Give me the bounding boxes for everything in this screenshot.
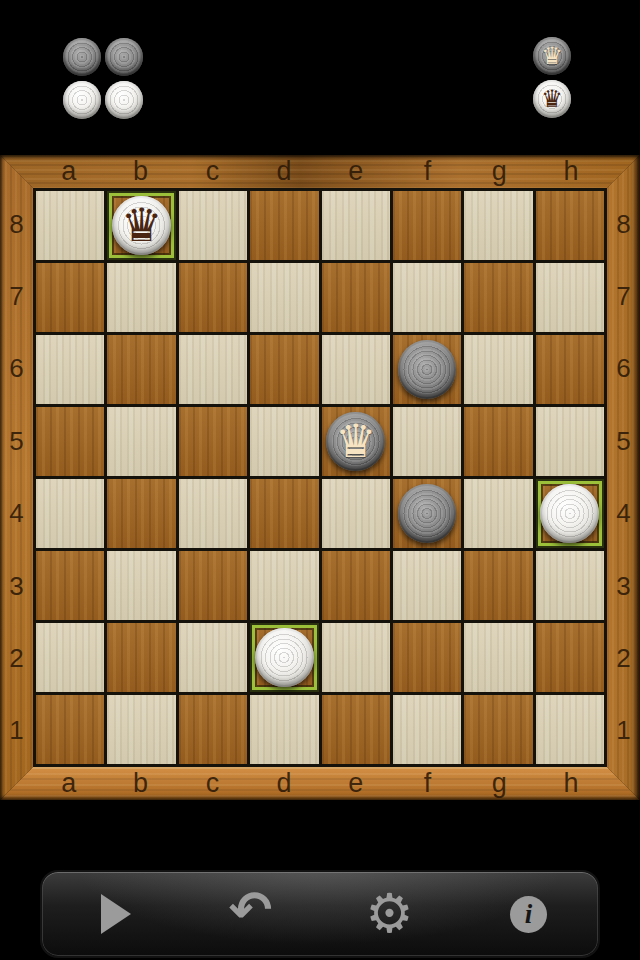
file-label: a xyxy=(33,767,105,800)
square-d6[interactable] xyxy=(250,335,318,404)
file-label: h xyxy=(535,155,607,188)
square-b7[interactable] xyxy=(107,263,175,332)
crown-icon: ♛ xyxy=(541,44,563,68)
square-b6[interactable] xyxy=(107,335,175,404)
file-label: e xyxy=(320,767,392,800)
rank-label: 1 xyxy=(0,695,33,767)
square-g5[interactable] xyxy=(464,407,532,476)
square-b3[interactable] xyxy=(107,551,175,620)
play-icon xyxy=(101,894,131,934)
white-man xyxy=(63,81,101,119)
square-f1[interactable] xyxy=(393,695,461,764)
square-c1[interactable] xyxy=(179,695,247,764)
undo-icon: ↶ xyxy=(229,884,273,936)
file-labels-top: abcdefgh xyxy=(33,155,607,188)
captured-tray-right: ♛♛ xyxy=(533,37,571,118)
square-d3[interactable] xyxy=(250,551,318,620)
rank-label: 2 xyxy=(0,622,33,694)
square-a1[interactable] xyxy=(36,695,104,764)
rank-label: 8 xyxy=(607,188,640,260)
square-d2[interactable] xyxy=(250,623,318,692)
square-g2[interactable] xyxy=(464,623,532,692)
square-h4[interactable] xyxy=(536,479,604,548)
dark-man[interactable] xyxy=(398,340,457,399)
square-c6[interactable] xyxy=(179,335,247,404)
crown-icon: ♛ xyxy=(541,87,563,111)
square-a7[interactable] xyxy=(36,263,104,332)
info-icon: i xyxy=(510,896,547,933)
square-c2[interactable] xyxy=(179,623,247,692)
file-label: f xyxy=(392,767,464,800)
white-man xyxy=(105,81,143,119)
file-label: b xyxy=(105,155,177,188)
square-f2[interactable] xyxy=(393,623,461,692)
play-button[interactable] xyxy=(72,879,152,949)
checkers-board: abcdefgh abcdefgh 87654321 87654321 ♛♛ xyxy=(0,155,640,800)
square-g4[interactable] xyxy=(464,479,532,548)
square-f7[interactable] xyxy=(393,263,461,332)
square-e7[interactable] xyxy=(322,263,390,332)
square-b5[interactable] xyxy=(107,407,175,476)
square-d5[interactable] xyxy=(250,407,318,476)
dark-man xyxy=(63,38,101,76)
rank-label: 6 xyxy=(0,333,33,405)
rank-label: 4 xyxy=(607,478,640,550)
square-g7[interactable] xyxy=(464,263,532,332)
file-label: d xyxy=(248,155,320,188)
square-f6[interactable] xyxy=(393,335,461,404)
file-label: c xyxy=(177,155,249,188)
white-man[interactable] xyxy=(540,484,599,543)
file-label: d xyxy=(248,767,320,800)
square-a8[interactable] xyxy=(36,191,104,260)
square-f3[interactable] xyxy=(393,551,461,620)
square-e4[interactable] xyxy=(322,479,390,548)
square-e5[interactable]: ♛ xyxy=(322,407,390,476)
square-e1[interactable] xyxy=(322,695,390,764)
rank-label: 1 xyxy=(607,695,640,767)
file-label: g xyxy=(464,155,536,188)
crown-icon: ♛ xyxy=(335,418,376,464)
square-b1[interactable] xyxy=(107,695,175,764)
white-man[interactable] xyxy=(255,628,314,687)
square-a2[interactable] xyxy=(36,623,104,692)
square-h5[interactable] xyxy=(536,407,604,476)
file-label: f xyxy=(392,155,464,188)
square-a5[interactable] xyxy=(36,407,104,476)
dark-king[interactable]: ♛ xyxy=(326,412,385,471)
rank-label: 4 xyxy=(0,478,33,550)
dark-man[interactable] xyxy=(398,484,457,543)
undo-button[interactable]: ↶ xyxy=(211,879,291,949)
square-c7[interactable] xyxy=(179,263,247,332)
captured-tray-left xyxy=(63,38,143,119)
file-label: h xyxy=(535,767,607,800)
square-f8[interactable] xyxy=(393,191,461,260)
square-e8[interactable] xyxy=(322,191,390,260)
file-labels-bottom: abcdefgh xyxy=(33,767,607,800)
info-letter: i xyxy=(525,899,533,930)
square-h7[interactable] xyxy=(536,263,604,332)
square-a3[interactable] xyxy=(36,551,104,620)
rank-label: 7 xyxy=(0,260,33,332)
square-d7[interactable] xyxy=(250,263,318,332)
rank-labels-left: 87654321 xyxy=(0,188,33,767)
square-e2[interactable] xyxy=(322,623,390,692)
rank-label: 2 xyxy=(607,622,640,694)
square-g1[interactable] xyxy=(464,695,532,764)
square-g3[interactable] xyxy=(464,551,532,620)
white-king: ♛ xyxy=(533,80,571,118)
square-f4[interactable] xyxy=(393,479,461,548)
rank-label: 5 xyxy=(607,405,640,477)
gear-icon: ⚙ xyxy=(365,887,413,941)
file-label: b xyxy=(105,767,177,800)
square-c8[interactable] xyxy=(179,191,247,260)
file-label: e xyxy=(320,155,392,188)
rank-label: 7 xyxy=(607,260,640,332)
dark-king: ♛ xyxy=(533,37,571,75)
square-c5[interactable] xyxy=(179,407,247,476)
white-king[interactable]: ♛ xyxy=(112,196,171,255)
file-label: a xyxy=(33,155,105,188)
toolbar: ↶ ⚙ i xyxy=(42,872,598,956)
rank-label: 8 xyxy=(0,188,33,260)
square-d1[interactable] xyxy=(250,695,318,764)
dark-man xyxy=(105,38,143,76)
square-b4[interactable] xyxy=(107,479,175,548)
square-c3[interactable] xyxy=(179,551,247,620)
rank-label: 3 xyxy=(0,550,33,622)
square-h1[interactable] xyxy=(536,695,604,764)
square-h8[interactable] xyxy=(536,191,604,260)
square-h2[interactable] xyxy=(536,623,604,692)
rank-label: 5 xyxy=(0,405,33,477)
square-d4[interactable] xyxy=(250,479,318,548)
file-label: c xyxy=(177,767,249,800)
board-grid: ♛♛ xyxy=(33,188,607,767)
square-b2[interactable] xyxy=(107,623,175,692)
app-screen: ♛♛ abcdefgh abcdefgh 87654321 87654321 ♛… xyxy=(0,0,640,960)
square-b8[interactable]: ♛ xyxy=(107,191,175,260)
square-g8[interactable] xyxy=(464,191,532,260)
square-h3[interactable] xyxy=(536,551,604,620)
rank-labels-right: 87654321 xyxy=(607,188,640,767)
square-a6[interactable] xyxy=(36,335,104,404)
square-g6[interactable] xyxy=(464,335,532,404)
square-e6[interactable] xyxy=(322,335,390,404)
square-f5[interactable] xyxy=(393,407,461,476)
crown-icon: ♛ xyxy=(121,202,162,248)
square-c4[interactable] xyxy=(179,479,247,548)
square-a4[interactable] xyxy=(36,479,104,548)
rank-label: 3 xyxy=(607,550,640,622)
info-button[interactable]: i xyxy=(489,879,569,949)
square-h6[interactable] xyxy=(536,335,604,404)
square-d8[interactable] xyxy=(250,191,318,260)
file-label: g xyxy=(464,767,536,800)
square-e3[interactable] xyxy=(322,551,390,620)
settings-button[interactable]: ⚙ xyxy=(350,879,430,949)
rank-label: 6 xyxy=(607,333,640,405)
